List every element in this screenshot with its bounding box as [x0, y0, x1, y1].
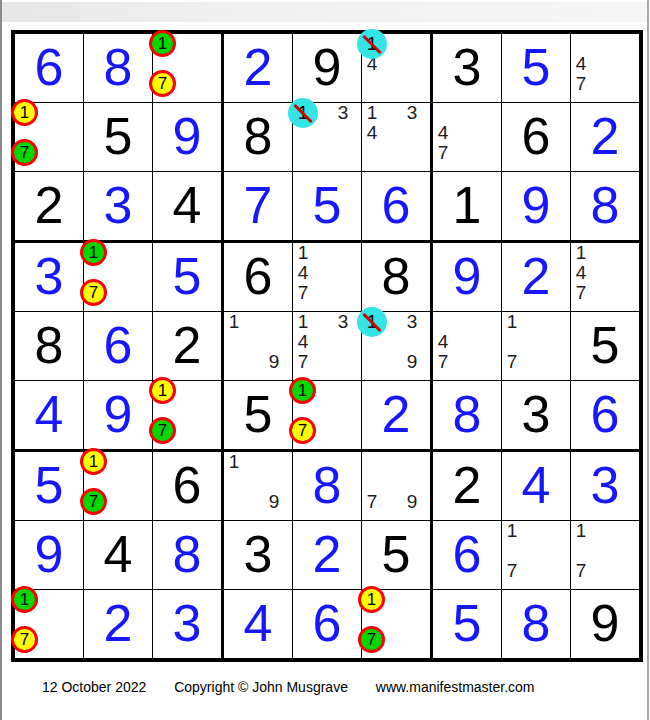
cell-r9c5[interactable]: 6: [293, 590, 361, 658]
candidate-7: 7: [295, 352, 311, 372]
cell-r2c7[interactable]: 47: [433, 103, 501, 171]
cell-r6c5[interactable]: 17: [293, 381, 361, 449]
cell-r1c2[interactable]: 8: [84, 34, 152, 102]
solved-digit: 3: [153, 590, 221, 658]
cell-r4c8[interactable]: 2: [502, 243, 570, 311]
cell-r4c6[interactable]: 8: [362, 243, 430, 311]
cell-r5c6[interactable]: 391: [362, 312, 430, 380]
cell-r9c8[interactable]: 8: [502, 590, 570, 658]
solved-digit: 5: [293, 172, 361, 240]
cell-r4c9[interactable]: 147: [571, 243, 639, 311]
solved-digit: 2: [293, 521, 361, 589]
candidate-7: 7: [295, 283, 311, 303]
cell-r3c1[interactable]: 2: [15, 172, 83, 240]
given-digit: 6: [502, 103, 570, 171]
cell-r7c4[interactable]: 19: [224, 452, 292, 520]
candidate-7: 7: [573, 561, 589, 581]
candidate-7: 7: [435, 143, 451, 163]
candidate-circle-green-1: 1: [289, 377, 316, 404]
given-digit: 6: [153, 452, 221, 520]
cell-r9c9[interactable]: 9: [571, 590, 639, 658]
footer-website: www.manifestmaster.com: [376, 679, 535, 695]
candidate-circle-yellow-7: 7: [80, 279, 107, 306]
cell-r5c2[interactable]: 6: [84, 312, 152, 380]
solved-digit: 8: [153, 521, 221, 589]
candidate-1: 1: [226, 452, 242, 472]
cell-r5c4[interactable]: 19: [224, 312, 292, 380]
cell-r2c8[interactable]: 6: [502, 103, 570, 171]
solved-digit: 4: [224, 590, 292, 658]
footer: 12 October 2022 Copyright © John Musgrav…: [42, 679, 559, 695]
cell-r6c1[interactable]: 4: [15, 381, 83, 449]
cell-r3c9[interactable]: 8: [571, 172, 639, 240]
box-6: 9214747175836: [433, 243, 639, 449]
solved-digit: 3: [15, 243, 83, 311]
cell-r5c9[interactable]: 5: [571, 312, 639, 380]
cell-r9c7[interactable]: 5: [433, 590, 501, 658]
footer-date: 12 October 2022: [42, 679, 146, 695]
solved-digit: 6: [15, 34, 83, 102]
given-digit: 5: [571, 312, 639, 380]
cell-r9c6[interactable]: 17: [362, 590, 430, 658]
candidate-9: 9: [404, 352, 420, 372]
solved-digit: 5: [502, 34, 570, 102]
solved-digit: 5: [15, 452, 83, 520]
cell-r1c6[interactable]: 41: [362, 34, 430, 102]
cell-r6c8[interactable]: 3: [502, 381, 570, 449]
given-digit: 2: [433, 452, 501, 520]
solved-digit: 9: [84, 381, 152, 449]
cell-r6c7[interactable]: 8: [433, 381, 501, 449]
elimination-slash-icon: [293, 104, 312, 123]
candidate-circle-green-7: 7: [149, 417, 176, 444]
box-7: 51769481723: [15, 452, 221, 658]
candidate-4: 4: [295, 263, 311, 283]
solved-digit: 6: [571, 381, 639, 449]
cell-r7c6[interactable]: 79: [362, 452, 430, 520]
box-5: 614781913473915172: [224, 243, 430, 449]
given-digit: 8: [362, 243, 430, 311]
candidate-7: 7: [573, 74, 589, 94]
candidate-4: 4: [435, 123, 451, 143]
candidate-3: 3: [335, 312, 351, 332]
cell-r3c8[interactable]: 9: [502, 172, 570, 240]
candidate-circle-yellow-7: 7: [289, 417, 316, 444]
candidate-circle-green-7: 7: [80, 488, 107, 515]
box-3: 35474762198: [433, 34, 639, 240]
candidate-1: 1: [504, 312, 520, 332]
cell-r7c1[interactable]: 5: [15, 452, 83, 520]
given-digit: 5: [224, 381, 292, 449]
solved-digit: 3: [84, 172, 152, 240]
solved-digit: 2: [362, 381, 430, 449]
cell-r3c7[interactable]: 1: [433, 172, 501, 240]
candidate-circle-yellow-7: 7: [149, 70, 176, 97]
candidate-3: 3: [335, 103, 351, 123]
cell-r1c1[interactable]: 6: [15, 34, 83, 102]
page-border-left: [0, 0, 2, 720]
given-digit: 9: [293, 34, 361, 102]
cell-r4c5[interactable]: 147: [293, 243, 361, 311]
cell-r7c2[interactable]: 17: [84, 452, 152, 520]
cell-r2c9[interactable]: 2: [571, 103, 639, 171]
cell-r3c2[interactable]: 3: [84, 172, 152, 240]
cell-r8c8[interactable]: 17: [502, 521, 570, 589]
footer-copyright: Copyright © John Musgrave: [174, 679, 348, 695]
given-digit: 4: [84, 521, 152, 589]
cell-r5c3[interactable]: 2: [153, 312, 221, 380]
solved-digit: 2: [224, 34, 292, 102]
cell-r5c8[interactable]: 17: [502, 312, 570, 380]
cell-r2c1[interactable]: 17: [15, 103, 83, 171]
solved-digit: 6: [362, 172, 430, 240]
solved-digit: 8: [571, 172, 639, 240]
sudoku-board: 6817175923429418311347563547476219831758…: [11, 30, 643, 662]
cell-r5c1[interactable]: 8: [15, 312, 83, 380]
eliminated-candidate-1: 1: [357, 307, 387, 337]
candidate-circle-yellow-1: 1: [11, 99, 38, 126]
candidate-circle-yellow-1: 1: [149, 377, 176, 404]
cell-r1c3[interactable]: 17: [153, 34, 221, 102]
candidate-4: 4: [435, 332, 451, 352]
candidate-3: 3: [404, 312, 420, 332]
cell-r8c4[interactable]: 3: [224, 521, 292, 589]
box-8: 198793254617: [224, 452, 430, 658]
cell-r7c7[interactable]: 2: [433, 452, 501, 520]
solved-digit: 4: [502, 452, 570, 520]
solved-digit: 4: [15, 381, 83, 449]
page-border-right: [647, 0, 649, 720]
elimination-slash-icon: [362, 35, 381, 54]
cell-r1c5[interactable]: 9: [293, 34, 361, 102]
cell-r9c3[interactable]: 3: [153, 590, 221, 658]
candidate-1: 1: [504, 521, 520, 541]
cell-r2c6[interactable]: 134: [362, 103, 430, 171]
cell-r9c1[interactable]: 17: [15, 590, 83, 658]
given-digit: 3: [502, 381, 570, 449]
box-1: 68171759234: [15, 34, 221, 240]
given-digit: 8: [224, 103, 292, 171]
given-digit: 8: [15, 312, 83, 380]
cell-r1c9[interactable]: 47: [571, 34, 639, 102]
given-digit: 1: [433, 172, 501, 240]
candidate-9: 9: [404, 492, 420, 512]
candidate-7: 7: [573, 283, 589, 303]
candidate-7: 7: [435, 352, 451, 372]
solved-digit: 2: [502, 243, 570, 311]
given-digit: 5: [84, 103, 152, 171]
solved-digit: 6: [84, 312, 152, 380]
box-4: 31758624917: [15, 243, 221, 449]
given-digit: 3: [224, 521, 292, 589]
candidate-1: 1: [295, 312, 311, 332]
solved-digit: 9: [153, 103, 221, 171]
cell-r1c8[interactable]: 5: [502, 34, 570, 102]
candidate-circle-green-1: 1: [11, 586, 38, 613]
solved-digit: 8: [502, 590, 570, 658]
candidate-4: 4: [573, 263, 589, 283]
candidate-circle-yellow-1: 1: [80, 448, 107, 475]
cell-r7c5[interactable]: 8: [293, 452, 361, 520]
cell-r6c4[interactable]: 5: [224, 381, 292, 449]
cell-r2c2[interactable]: 5: [84, 103, 152, 171]
cell-r2c5[interactable]: 31: [293, 103, 361, 171]
solved-digit: 5: [433, 590, 501, 658]
solved-digit: 8: [433, 381, 501, 449]
candidate-9: 9: [266, 352, 282, 372]
cell-r8c2[interactable]: 4: [84, 521, 152, 589]
cell-r8c9[interactable]: 17: [571, 521, 639, 589]
candidate-1: 1: [364, 103, 380, 123]
candidate-circle-green-7: 7: [11, 139, 38, 166]
cell-r8c1[interactable]: 9: [15, 521, 83, 589]
given-digit: 5: [362, 521, 430, 589]
cell-r5c7[interactable]: 47: [433, 312, 501, 380]
cell-r8c7[interactable]: 6: [433, 521, 501, 589]
cell-r3c5[interactable]: 5: [293, 172, 361, 240]
candidate-circle-yellow-1: 1: [358, 586, 385, 613]
given-digit: 9: [571, 590, 639, 658]
solved-digit: 2: [571, 103, 639, 171]
candidate-1: 1: [573, 521, 589, 541]
given-digit: 4: [153, 172, 221, 240]
candidate-7: 7: [364, 492, 380, 512]
cell-r2c4[interactable]: 8: [224, 103, 292, 171]
cell-r1c7[interactable]: 3: [433, 34, 501, 102]
solved-digit: 9: [502, 172, 570, 240]
cell-r4c4[interactable]: 6: [224, 243, 292, 311]
solved-digit: 2: [84, 590, 152, 658]
solved-digit: 8: [84, 34, 152, 102]
cell-r6c3[interactable]: 17: [153, 381, 221, 449]
cell-r9c2[interactable]: 2: [84, 590, 152, 658]
cell-r6c2[interactable]: 9: [84, 381, 152, 449]
cell-r4c3[interactable]: 5: [153, 243, 221, 311]
candidate-4: 4: [364, 123, 380, 143]
cell-r3c3[interactable]: 4: [153, 172, 221, 240]
candidate-7: 7: [504, 352, 520, 372]
cell-r2c3[interactable]: 9: [153, 103, 221, 171]
candidate-1: 1: [573, 243, 589, 263]
eliminated-candidate-1: 1: [357, 29, 387, 59]
solved-digit: 6: [433, 521, 501, 589]
cell-r3c6[interactable]: 6: [362, 172, 430, 240]
cell-r8c3[interactable]: 8: [153, 521, 221, 589]
solved-digit: 6: [293, 590, 361, 658]
cell-r4c1[interactable]: 3: [15, 243, 83, 311]
solved-digit: 9: [15, 521, 83, 589]
given-digit: 6: [224, 243, 292, 311]
candidate-9: 9: [266, 492, 282, 512]
given-digit: 2: [153, 312, 221, 380]
solved-digit: 5: [153, 243, 221, 311]
solved-digit: 9: [433, 243, 501, 311]
box-9: 24361717589: [433, 452, 639, 658]
cell-r7c3[interactable]: 6: [153, 452, 221, 520]
cell-r7c9[interactable]: 3: [571, 452, 639, 520]
given-digit: 2: [15, 172, 83, 240]
box-2: 2941831134756: [224, 34, 430, 240]
candidate-circle-green-7: 7: [358, 626, 385, 653]
candidate-1: 1: [295, 243, 311, 263]
solved-digit: 3: [571, 452, 639, 520]
cell-r7c8[interactable]: 4: [502, 452, 570, 520]
candidate-circle-green-1: 1: [149, 30, 176, 57]
solved-digit: 7: [224, 172, 292, 240]
cell-r3c4[interactable]: 7: [224, 172, 292, 240]
candidate-4: 4: [295, 332, 311, 352]
candidate-7: 7: [504, 561, 520, 581]
given-digit: 3: [433, 34, 501, 102]
cell-r5c5[interactable]: 1347: [293, 312, 361, 380]
top-scrollbar-strip: [2, 2, 647, 22]
elimination-slash-icon: [362, 313, 381, 332]
cell-r6c9[interactable]: 6: [571, 381, 639, 449]
eliminated-candidate-1: 1: [288, 98, 318, 128]
candidate-4: 4: [573, 54, 589, 74]
candidate-3: 3: [404, 103, 420, 123]
cell-r1c4[interactable]: 2: [224, 34, 292, 102]
cell-r6c6[interactable]: 2: [362, 381, 430, 449]
candidate-circle-green-1: 1: [80, 239, 107, 266]
cell-r8c6[interactable]: 5: [362, 521, 430, 589]
cell-r4c7[interactable]: 9: [433, 243, 501, 311]
solved-digit: 8: [293, 452, 361, 520]
candidate-1: 1: [226, 312, 242, 332]
cell-r9c4[interactable]: 4: [224, 590, 292, 658]
cell-r4c2[interactable]: 17: [84, 243, 152, 311]
candidate-circle-yellow-7: 7: [11, 626, 38, 653]
cell-r8c5[interactable]: 2: [293, 521, 361, 589]
